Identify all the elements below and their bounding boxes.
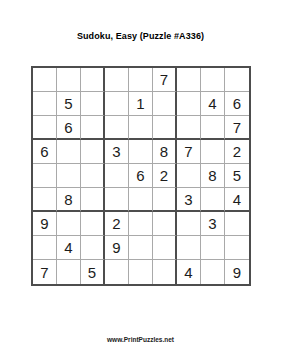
- given-digit-r9c9: 9: [225, 260, 249, 284]
- cell-r8c5: [129, 236, 153, 260]
- cell-r3c1: [33, 116, 57, 140]
- cell-r8c7: [177, 236, 201, 260]
- given-digit-r2c9: 6: [225, 92, 249, 116]
- cell-r1c8: [201, 68, 225, 92]
- cell-r7c2: [57, 212, 81, 236]
- cell-r2c4: [105, 92, 129, 116]
- given-digit-r5c6: 2: [153, 164, 177, 188]
- cell-r7c6: [153, 212, 177, 236]
- cell-r6c5: [129, 188, 153, 212]
- given-digit-r3c2: 6: [57, 116, 81, 140]
- cell-r8c9: [225, 236, 249, 260]
- cell-r7c3: [81, 212, 105, 236]
- cell-r8c1: [33, 236, 57, 260]
- given-digit-r5c9: 5: [225, 164, 249, 188]
- given-digit-r8c2: 4: [57, 236, 81, 260]
- cell-r1c1: [33, 68, 57, 92]
- given-digit-r9c1: 7: [33, 260, 57, 284]
- cell-r7c7: [177, 212, 201, 236]
- given-digit-r6c2: 8: [57, 188, 81, 212]
- cell-r9c8: [201, 260, 225, 284]
- given-digit-r7c1: 9: [33, 212, 57, 236]
- cell-r5c7: [177, 164, 201, 188]
- puzzle-page: Sudoku, Easy (Puzzle #A336) 751466763872…: [0, 0, 281, 363]
- cell-r8c8: [201, 236, 225, 260]
- given-digit-r6c7: 3: [177, 188, 201, 212]
- cell-r1c3: [81, 68, 105, 92]
- cell-r9c4: [105, 260, 129, 284]
- given-digit-r2c8: 4: [201, 92, 225, 116]
- cell-r4c8: [201, 140, 225, 164]
- cell-r2c1: [33, 92, 57, 116]
- given-digit-r2c2: 5: [57, 92, 81, 116]
- given-digit-r2c5: 1: [129, 92, 153, 116]
- cell-r2c6: [153, 92, 177, 116]
- given-digit-r4c9: 2: [225, 140, 249, 164]
- given-digit-r8c4: 9: [105, 236, 129, 260]
- cell-r6c4: [105, 188, 129, 212]
- cell-r5c3: [81, 164, 105, 188]
- cell-r5c2: [57, 164, 81, 188]
- cell-r8c6: [153, 236, 177, 260]
- cell-r6c3: [81, 188, 105, 212]
- given-digit-r5c8: 8: [201, 164, 225, 188]
- cell-r6c8: [201, 188, 225, 212]
- page-title: Sudoku, Easy (Puzzle #A336): [0, 31, 281, 41]
- sudoku-grid: 7514667638726285834923497549: [31, 66, 251, 286]
- cell-r9c5: [129, 260, 153, 284]
- cell-r5c4: [105, 164, 129, 188]
- given-digit-r3c9: 7: [225, 116, 249, 140]
- cell-r2c7: [177, 92, 201, 116]
- cell-r9c6: [153, 260, 177, 284]
- given-digit-r7c8: 3: [201, 212, 225, 236]
- cell-r8c3: [81, 236, 105, 260]
- cell-r6c6: [153, 188, 177, 212]
- given-digit-r4c7: 7: [177, 140, 201, 164]
- cell-r2c3: [81, 92, 105, 116]
- footer-site-url: www.PrintPuzzles.net: [0, 336, 281, 343]
- cell-r1c7: [177, 68, 201, 92]
- cell-r4c5: [129, 140, 153, 164]
- cell-r6c1: [33, 188, 57, 212]
- cell-r1c2: [57, 68, 81, 92]
- given-digit-r1c6: 7: [153, 68, 177, 92]
- cell-r7c5: [129, 212, 153, 236]
- given-digit-r7c4: 2: [105, 212, 129, 236]
- cell-r5c1: [33, 164, 57, 188]
- cell-r4c2: [57, 140, 81, 164]
- cell-r4c3: [81, 140, 105, 164]
- given-digit-r9c3: 5: [81, 260, 105, 284]
- cell-r9c2: [57, 260, 81, 284]
- cell-r1c9: [225, 68, 249, 92]
- cell-r3c6: [153, 116, 177, 140]
- cell-r3c7: [177, 116, 201, 140]
- given-digit-r4c1: 6: [33, 140, 57, 164]
- cell-r7c9: [225, 212, 249, 236]
- given-digit-r4c6: 8: [153, 140, 177, 164]
- cell-r3c3: [81, 116, 105, 140]
- cell-r1c5: [129, 68, 153, 92]
- cell-r3c8: [201, 116, 225, 140]
- given-digit-r9c7: 4: [177, 260, 201, 284]
- given-digit-r5c5: 6: [129, 164, 153, 188]
- given-digit-r4c4: 3: [105, 140, 129, 164]
- cell-r3c5: [129, 116, 153, 140]
- cell-r1c4: [105, 68, 129, 92]
- given-digit-r6c9: 4: [225, 188, 249, 212]
- cell-r3c4: [105, 116, 129, 140]
